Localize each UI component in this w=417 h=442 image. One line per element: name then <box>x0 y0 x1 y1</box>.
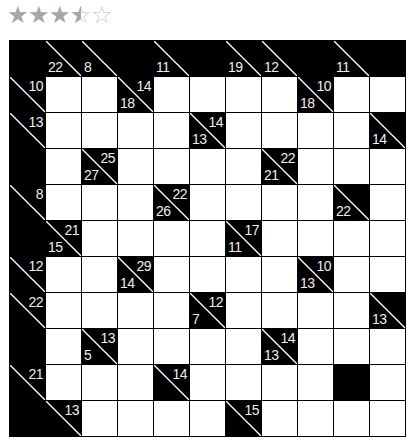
cell-r9-c10[interactable] <box>370 365 405 400</box>
cell-r4-c5[interactable] <box>190 185 225 220</box>
cell-r2-c7[interactable] <box>262 113 297 148</box>
cell-r6-c10[interactable] <box>370 257 405 292</box>
cell-r4-c1[interactable] <box>46 185 81 220</box>
black-cell-r8-c0 <box>10 329 45 364</box>
black-cell-r0-c5 <box>190 41 225 76</box>
across-clue: 14 <box>280 331 295 345</box>
clue-cell-r4-c0: 8 <box>10 185 45 220</box>
cell-r4-c2[interactable] <box>82 185 117 220</box>
cell-r3-c5[interactable] <box>190 149 225 184</box>
clue-cell-r1-c8: 1018 <box>298 77 333 112</box>
cell-r10-c2[interactable] <box>82 401 117 436</box>
across-clue: 17 <box>244 223 259 237</box>
cell-r2-c4[interactable] <box>154 113 189 148</box>
cell-r3-c4[interactable] <box>154 149 189 184</box>
clue-cell-r2-c10: 14 <box>370 113 405 148</box>
clue-cell-r4-c4: 2226 <box>154 185 189 220</box>
difficulty-rating: ★★★☆★☆ <box>7 1 112 29</box>
clue-cell-r0-c6: 19 <box>226 41 261 76</box>
clue-cell-r2-c0: 13 <box>10 113 45 148</box>
cell-r7-c3[interactable] <box>118 293 153 328</box>
clue-cell-r6-c0: 12 <box>10 257 45 292</box>
cell-r1-c6[interactable] <box>226 77 261 112</box>
cell-r2-c2[interactable] <box>82 113 117 148</box>
down-clue: 11 <box>228 240 242 254</box>
cell-r9-c6[interactable] <box>226 365 261 400</box>
cell-r8-c6[interactable] <box>226 329 261 364</box>
cell-r6-c4[interactable] <box>154 257 189 292</box>
across-clue: 29 <box>136 259 151 273</box>
cell-r7-c1[interactable] <box>46 293 81 328</box>
cell-r7-c4[interactable] <box>154 293 189 328</box>
cell-r5-c7[interactable] <box>262 221 297 256</box>
cell-r8-c3[interactable] <box>118 329 153 364</box>
cell-r3-c1[interactable] <box>46 149 81 184</box>
cell-r8-c5[interactable] <box>190 329 225 364</box>
clue-cell-r0-c9: 11 <box>334 41 369 76</box>
cell-r9-c1[interactable] <box>46 365 81 400</box>
clue-cell-r1-c0: 10 <box>10 77 45 112</box>
cell-r9-c2[interactable] <box>82 365 117 400</box>
cell-r5-c9[interactable] <box>334 221 369 256</box>
cell-r5-c3[interactable] <box>118 221 153 256</box>
black-cell-r9-c9 <box>334 365 369 400</box>
cell-r3-c9[interactable] <box>334 149 369 184</box>
cell-r1-c7[interactable] <box>262 77 297 112</box>
cell-r6-c7[interactable] <box>262 257 297 292</box>
down-clue: 13 <box>192 132 207 146</box>
cell-r3-c8[interactable] <box>298 149 333 184</box>
cell-r2-c6[interactable] <box>226 113 261 148</box>
down-clue: 11 <box>156 60 170 74</box>
cell-r1-c2[interactable] <box>82 77 117 112</box>
cell-r6-c6[interactable] <box>226 257 261 292</box>
clue-cell-r7-c0: 22 <box>10 293 45 328</box>
cell-r9-c5[interactable] <box>190 365 225 400</box>
clue-cell-r0-c2: 8 <box>82 41 117 76</box>
clue-cell-r1-c3: 1418 <box>118 77 153 112</box>
cell-r4-c3[interactable] <box>118 185 153 220</box>
down-clue: 14 <box>120 276 135 290</box>
cell-r4-c10[interactable] <box>370 185 405 220</box>
clue-cell-r4-c9: 22 <box>334 185 369 220</box>
down-clue: 13 <box>264 348 279 362</box>
cell-r3-c3[interactable] <box>118 149 153 184</box>
down-clue: 15 <box>48 240 63 254</box>
clue-cell-r8-c2: 135 <box>82 329 117 364</box>
clue-cell-r3-c2: 2527 <box>82 149 117 184</box>
across-clue: 14 <box>172 367 187 381</box>
clue-cell-r0-c4: 11 <box>154 41 189 76</box>
cell-r7-c2[interactable] <box>82 293 117 328</box>
down-clue: 27 <box>84 168 99 182</box>
across-clue: 25 <box>100 151 115 165</box>
down-clue: 18 <box>300 96 315 110</box>
down-clue: 8 <box>84 60 91 74</box>
kakuro-board: 2281119121110141810181314131425272221822… <box>9 40 406 437</box>
down-clue: 26 <box>156 204 171 218</box>
across-clue: 13 <box>100 331 115 345</box>
cell-r6-c1[interactable] <box>46 257 81 292</box>
across-clue: 10 <box>316 79 331 93</box>
across-clue: 10 <box>28 79 43 93</box>
clue-cell-r9-c0: 21 <box>10 365 45 400</box>
cell-r5-c8[interactable] <box>298 221 333 256</box>
cell-r9-c7[interactable] <box>262 365 297 400</box>
down-clue: 21 <box>264 168 279 182</box>
cell-r1-c10[interactable] <box>370 77 405 112</box>
cell-r10-c7[interactable] <box>262 401 297 436</box>
down-clue: 22 <box>48 60 63 74</box>
cell-r8-c4[interactable] <box>154 329 189 364</box>
across-clue: 15 <box>244 403 259 417</box>
black-cell-r3-c0 <box>10 149 45 184</box>
black-cell-r0-c10 <box>370 41 405 76</box>
cell-r4-c8[interactable] <box>298 185 333 220</box>
cell-r1-c4[interactable] <box>154 77 189 112</box>
across-clue: 10 <box>316 259 331 273</box>
across-clue: 13 <box>64 403 79 417</box>
cell-r7-c9[interactable] <box>334 293 369 328</box>
cell-r8-c1[interactable] <box>46 329 81 364</box>
down-clue: 19 <box>228 60 243 74</box>
cell-r5-c10[interactable] <box>370 221 405 256</box>
cell-r7-c8[interactable] <box>298 293 333 328</box>
clue-cell-r6-c3: 2914 <box>118 257 153 292</box>
clue-cell-r9-c4: 14 <box>154 365 189 400</box>
black-cell-r5-c0 <box>10 221 45 256</box>
cell-r1-c5[interactable] <box>190 77 225 112</box>
cell-r6-c5[interactable] <box>190 257 225 292</box>
cell-r1-c9[interactable] <box>334 77 369 112</box>
clue-cell-r5-c6: 1711 <box>226 221 261 256</box>
star-full-icon: ★ <box>7 1 28 29</box>
cell-r10-c5[interactable] <box>190 401 225 436</box>
clue-cell-r10-c1: 13 <box>46 401 81 436</box>
cell-r1-c1[interactable] <box>46 77 81 112</box>
cell-r6-c2[interactable] <box>82 257 117 292</box>
across-clue: 21 <box>28 367 43 381</box>
black-cell-r0-c0 <box>10 41 45 76</box>
cell-r9-c3[interactable] <box>118 365 153 400</box>
across-clue: 12 <box>208 295 223 309</box>
cell-r3-c10[interactable] <box>370 149 405 184</box>
star-half-fill-glyph: ★ <box>70 1 81 29</box>
cell-r2-c1[interactable] <box>46 113 81 148</box>
across-clue: 14 <box>136 79 151 93</box>
cell-r2-c3[interactable] <box>118 113 153 148</box>
across-clue: 22 <box>28 295 43 309</box>
kakuro-page: ★★★☆★☆ 228111912111014181018131413142527… <box>0 0 417 442</box>
cell-r2-c9[interactable] <box>334 113 369 148</box>
down-clue: 12 <box>264 60 279 74</box>
cell-r9-c8[interactable] <box>298 365 333 400</box>
cell-r10-c3[interactable] <box>118 401 153 436</box>
star-full-icon: ★ <box>28 1 49 29</box>
clue-cell-r0-c7: 12 <box>262 41 297 76</box>
cell-r5-c4[interactable] <box>154 221 189 256</box>
cell-r10-c9[interactable] <box>334 401 369 436</box>
down-clue: 18 <box>120 96 135 110</box>
star-full-icon: ★ <box>49 1 70 29</box>
across-clue: 12 <box>28 259 43 273</box>
cell-r8-c9[interactable] <box>334 329 369 364</box>
clue-cell-r3-c7: 2221 <box>262 149 297 184</box>
cell-r5-c5[interactable] <box>190 221 225 256</box>
down-clue: 5 <box>84 348 91 362</box>
clue-cell-r0-c1: 22 <box>46 41 81 76</box>
cell-r7-c6[interactable] <box>226 293 261 328</box>
clue-cell-r10-c6: 15 <box>226 401 261 436</box>
black-cell-r0-c8 <box>298 41 333 76</box>
star-empty-icon: ☆ <box>91 1 112 29</box>
cell-r4-c7[interactable] <box>262 185 297 220</box>
cell-r6-c9[interactable] <box>334 257 369 292</box>
clue-cell-r2-c5: 1413 <box>190 113 225 148</box>
cell-r10-c10[interactable] <box>370 401 405 436</box>
cell-r10-c8[interactable] <box>298 401 333 436</box>
across-clue: 8 <box>36 187 43 201</box>
down-clue: 7 <box>192 312 199 326</box>
clue-cell-r5-c1: 2115 <box>46 221 81 256</box>
down-clue: 13 <box>372 312 387 326</box>
star-half-icon: ☆★ <box>70 1 91 29</box>
across-clue: 22 <box>172 187 187 201</box>
down-clue: 14 <box>372 132 387 146</box>
cell-r4-c6[interactable] <box>226 185 261 220</box>
down-clue: 11 <box>336 60 350 74</box>
cell-r3-c6[interactable] <box>226 149 261 184</box>
down-clue: 13 <box>300 276 315 290</box>
black-cell-r0-c3 <box>118 41 153 76</box>
cell-r7-c7[interactable] <box>262 293 297 328</box>
down-clue: 22 <box>336 204 351 218</box>
cell-r10-c4[interactable] <box>154 401 189 436</box>
across-clue: 13 <box>28 115 43 129</box>
clue-cell-r8-c7: 1413 <box>262 329 297 364</box>
cell-r2-c8[interactable] <box>298 113 333 148</box>
cell-r5-c2[interactable] <box>82 221 117 256</box>
clue-cell-r7-c10: 13 <box>370 293 405 328</box>
cell-r8-c8[interactable] <box>298 329 333 364</box>
cell-r8-c10[interactable] <box>370 329 405 364</box>
black-cell-r10-c0 <box>10 401 45 436</box>
across-clue: 14 <box>208 115 223 129</box>
clue-cell-r7-c5: 127 <box>190 293 225 328</box>
across-clue: 21 <box>64 223 79 237</box>
clue-cell-r6-c8: 1013 <box>298 257 333 292</box>
across-clue: 22 <box>280 151 295 165</box>
